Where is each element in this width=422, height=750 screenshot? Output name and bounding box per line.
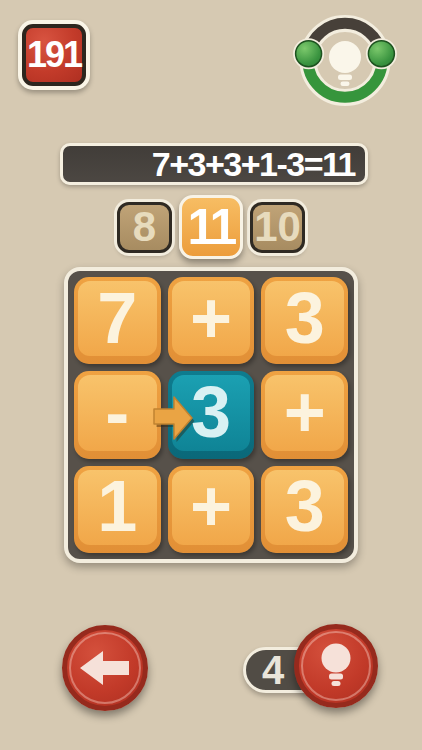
lightbulb-icon bbox=[329, 41, 361, 86]
board-cell-r0c0[interactable]: 7 bbox=[74, 277, 161, 364]
hint-button[interactable] bbox=[294, 624, 378, 708]
hint-progress-ring[interactable] bbox=[291, 6, 399, 114]
board-cell-r2c0[interactable]: 1 bbox=[74, 466, 161, 553]
board-cell-r2c1[interactable]: + bbox=[168, 466, 255, 553]
board-cell-r1c0[interactable]: - bbox=[74, 371, 161, 458]
board-cell-r2c2[interactable]: 3 bbox=[261, 466, 348, 553]
back-button[interactable] bbox=[62, 625, 148, 711]
equation-text: 7+3+3+1-3=11 bbox=[152, 145, 355, 184]
hint-progress-ring-graphic bbox=[291, 6, 399, 114]
level-number: 191 bbox=[22, 24, 86, 86]
left-arrow-icon bbox=[79, 649, 131, 687]
ring-left-knob bbox=[296, 41, 322, 67]
equation-display: 7+3+3+1-3=11 bbox=[60, 143, 368, 185]
ring-right-knob bbox=[368, 41, 394, 67]
puzzle-board: 7 + 3 - 3 + 1 + 3 bbox=[64, 267, 358, 563]
lightbulb-icon bbox=[316, 642, 356, 690]
board-cell-r1c1-selected[interactable]: 3 bbox=[168, 371, 255, 458]
target-row: 8 11 10 bbox=[0, 193, 422, 261]
target-tile-8: 8 bbox=[117, 202, 172, 253]
board-cell-r0c2[interactable]: 3 bbox=[261, 277, 348, 364]
board-cell-r0c1[interactable]: + bbox=[168, 277, 255, 364]
board-cell-r1c2[interactable]: + bbox=[261, 371, 348, 458]
game-screen: 191 7+3+3+1 bbox=[0, 0, 422, 750]
hint-count: 4 bbox=[262, 648, 284, 693]
target-tile-10: 10 bbox=[250, 202, 305, 253]
target-tile-11-active: 11 bbox=[179, 195, 243, 259]
level-badge: 191 bbox=[18, 20, 90, 90]
